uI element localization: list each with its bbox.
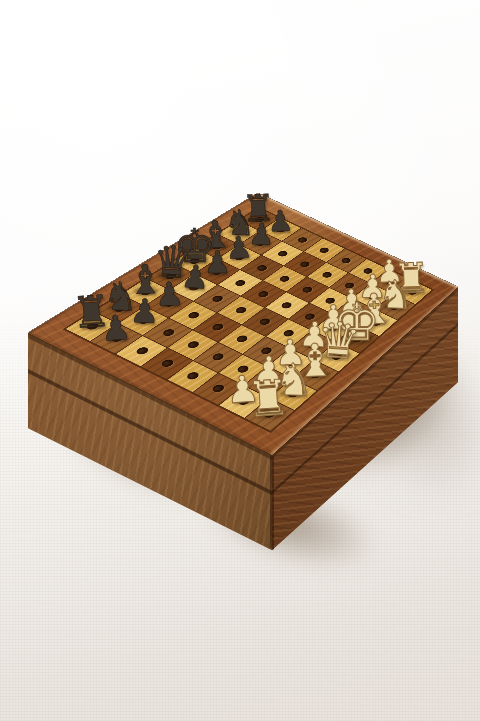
black-pawn-a7[interactable]: ♟ — [100, 310, 133, 346]
chess-piece-layer: ♜♞♝♛♚♝♞♜♟♟♟♟♟♟♟♟♟♟♟♟♟♟♟♟♜♞♝♛♚♝♞♜ — [0, 0, 480, 721]
black-pawn-d7[interactable]: ♟ — [180, 261, 211, 295]
product-photo-scene: ♜♞♝♛♚♝♞♜♟♟♟♟♟♟♟♟♟♟♟♟♟♟♟♟♜♞♝♛♚♝♞♜ — [0, 0, 480, 721]
white-rook-a1[interactable]: ♜ — [245, 373, 292, 425]
black-pawn-b7[interactable]: ♟ — [129, 293, 160, 327]
